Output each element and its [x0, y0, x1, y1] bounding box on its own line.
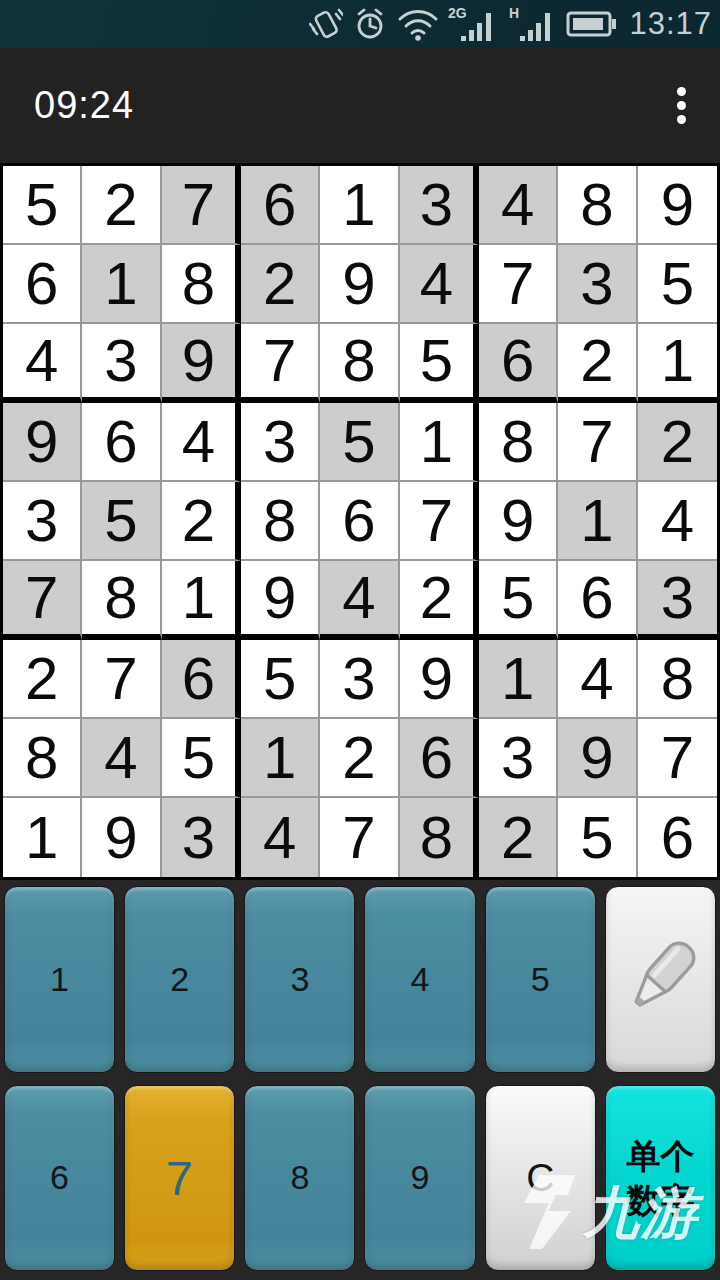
sudoku-cell-r7c4[interactable]: 5 [241, 640, 320, 719]
sudoku-cell-r3c9[interactable]: 1 [638, 324, 717, 403]
battery-icon [566, 9, 618, 39]
sudoku-cell-r5c5[interactable]: 6 [320, 482, 399, 561]
sudoku-cell-r3c2[interactable]: 3 [82, 324, 161, 403]
sudoku-cell-r4c2[interactable]: 6 [82, 403, 161, 482]
key-6[interactable]: 6 [4, 1085, 115, 1272]
sudoku-cell-r4c8[interactable]: 7 [558, 403, 637, 482]
sudoku-cell-r7c5[interactable]: 3 [320, 640, 399, 719]
signal-h-label: H [509, 5, 519, 21]
sudoku-cell-r3c6[interactable]: 5 [400, 324, 479, 403]
key-4[interactable]: 4 [364, 886, 475, 1073]
sudoku-cell-r5c6[interactable]: 7 [400, 482, 479, 561]
sudoku-cell-r3c1[interactable]: 4 [3, 324, 82, 403]
sudoku-cell-r7c1[interactable]: 2 [3, 640, 82, 719]
sudoku-cell-r6c6[interactable]: 2 [400, 561, 479, 640]
app-header: 09:24 [0, 48, 720, 163]
sudoku-cell-r6c9[interactable]: 3 [638, 561, 717, 640]
sudoku-cell-r4c4[interactable]: 3 [241, 403, 320, 482]
status-bar: 2G H 13:17 [0, 0, 720, 48]
sudoku-cell-r1c8[interactable]: 8 [558, 166, 637, 245]
key-9[interactable]: 9 [364, 1085, 475, 1272]
sudoku-cell-r9c6[interactable]: 8 [400, 798, 479, 877]
sudoku-board: 5276134896182947354397856219643518723528… [0, 163, 720, 880]
sudoku-cell-r8c8[interactable]: 9 [558, 719, 637, 798]
sudoku-cell-r9c8[interactable]: 5 [558, 798, 637, 877]
game-timer: 09:24 [34, 84, 134, 127]
sudoku-cell-r2c1[interactable]: 6 [3, 245, 82, 324]
sudoku-cell-r7c8[interactable]: 4 [558, 640, 637, 719]
vibrate-icon [309, 6, 343, 42]
sudoku-cell-r8c6[interactable]: 6 [400, 719, 479, 798]
sudoku-cell-r6c8[interactable]: 6 [558, 561, 637, 640]
sudoku-cell-r2c3[interactable]: 8 [162, 245, 241, 324]
sudoku-cell-r6c2[interactable]: 8 [82, 561, 161, 640]
sudoku-cell-r8c9[interactable]: 7 [638, 719, 717, 798]
sudoku-cell-r8c4[interactable]: 1 [241, 719, 320, 798]
sudoku-cell-r5c8[interactable]: 1 [558, 482, 637, 561]
sudoku-cell-r7c6[interactable]: 9 [400, 640, 479, 719]
pencil-icon [618, 924, 702, 1034]
sudoku-cell-r5c3[interactable]: 2 [162, 482, 241, 561]
signal-2g-icon: 2G [448, 5, 498, 43]
sudoku-cell-r2c4[interactable]: 2 [241, 245, 320, 324]
sudoku-cell-r3c7[interactable]: 6 [479, 324, 558, 403]
sudoku-cell-r1c5[interactable]: 1 [320, 166, 399, 245]
sudoku-cell-r7c9[interactable]: 8 [638, 640, 717, 719]
sudoku-cell-r2c7[interactable]: 7 [479, 245, 558, 324]
sudoku-cell-r2c8[interactable]: 3 [558, 245, 637, 324]
key-single-number-mode[interactable]: 单个数字 [605, 1085, 716, 1272]
signal-2g-label: 2G [448, 5, 467, 21]
sudoku-cell-r1c2[interactable]: 2 [82, 166, 161, 245]
sudoku-cell-r8c1[interactable]: 8 [3, 719, 82, 798]
sudoku-cell-r9c5[interactable]: 7 [320, 798, 399, 877]
sudoku-cell-r8c7[interactable]: 3 [479, 719, 558, 798]
sudoku-cell-r9c1[interactable]: 1 [3, 798, 82, 877]
sudoku-cell-r5c1[interactable]: 3 [3, 482, 82, 561]
sudoku-cell-r1c1[interactable]: 5 [3, 166, 82, 245]
key-3[interactable]: 3 [244, 886, 355, 1073]
sudoku-cell-r9c4[interactable]: 4 [241, 798, 320, 877]
key-5[interactable]: 5 [485, 886, 596, 1073]
sudoku-cell-r9c7[interactable]: 2 [479, 798, 558, 877]
sudoku-cell-r5c7[interactable]: 9 [479, 482, 558, 561]
sudoku-cell-r1c7[interactable]: 4 [479, 166, 558, 245]
signal-h-icon: H [507, 5, 557, 43]
sudoku-cell-r7c7[interactable]: 1 [479, 640, 558, 719]
keypad: 1 2 3 4 5 6 7 8 9 C 单个数字 [0, 880, 720, 1280]
sudoku-cell-r3c8[interactable]: 2 [558, 324, 637, 403]
key-1[interactable]: 1 [4, 886, 115, 1073]
sudoku-cell-r2c6[interactable]: 4 [400, 245, 479, 324]
sudoku-cell-r9c3[interactable]: 3 [162, 798, 241, 877]
sudoku-cell-r2c9[interactable]: 5 [638, 245, 717, 324]
key-2[interactable]: 2 [124, 886, 235, 1073]
sudoku-cell-r1c3[interactable]: 7 [162, 166, 241, 245]
key-clear[interactable]: C [485, 1085, 596, 1272]
sudoku-cell-r1c9[interactable]: 9 [638, 166, 717, 245]
sudoku-cell-r4c7[interactable]: 8 [479, 403, 558, 482]
sudoku-cell-r7c3[interactable]: 6 [162, 640, 241, 719]
sudoku-cell-r5c2[interactable]: 5 [82, 482, 161, 561]
sudoku-cell-r2c2[interactable]: 1 [82, 245, 161, 324]
app-screen: 2G H 13:17 09:24 [0, 0, 720, 1280]
sudoku-cell-r1c6[interactable]: 3 [400, 166, 479, 245]
sudoku-cell-r3c4[interactable]: 7 [241, 324, 320, 403]
sudoku-cell-r6c5[interactable]: 4 [320, 561, 399, 640]
sudoku-cell-r9c9[interactable]: 6 [638, 798, 717, 877]
sudoku-cell-r8c5[interactable]: 2 [320, 719, 399, 798]
sudoku-cell-r6c3[interactable]: 1 [162, 561, 241, 640]
key-pencil[interactable] [605, 886, 716, 1073]
sudoku-cell-r5c4[interactable]: 8 [241, 482, 320, 561]
sudoku-cell-r3c5[interactable]: 8 [320, 324, 399, 403]
sudoku-cell-r9c2[interactable]: 9 [82, 798, 161, 877]
status-time: 13:17 [629, 6, 712, 42]
sudoku-cell-r6c4[interactable]: 9 [241, 561, 320, 640]
sudoku-cell-r5c9[interactable]: 4 [638, 482, 717, 561]
sudoku-cell-r4c5[interactable]: 5 [320, 403, 399, 482]
sudoku-cell-r6c1[interactable]: 7 [3, 561, 82, 640]
sudoku-cell-r4c6[interactable]: 1 [400, 403, 479, 482]
sudoku-cell-r4c9[interactable]: 2 [638, 403, 717, 482]
alarm-icon [352, 6, 388, 42]
sudoku-cell-r4c3[interactable]: 4 [162, 403, 241, 482]
sudoku-cell-r4c1[interactable]: 9 [3, 403, 82, 482]
kebab-menu-icon[interactable] [667, 73, 696, 138]
wifi-icon [397, 6, 439, 42]
sudoku-cell-r2c5[interactable]: 9 [320, 245, 399, 324]
sudoku-cell-r6c7[interactable]: 5 [479, 561, 558, 640]
key-8[interactable]: 8 [244, 1085, 355, 1272]
sudoku-cell-r1c4[interactable]: 6 [241, 166, 320, 245]
sudoku-cell-r8c3[interactable]: 5 [162, 719, 241, 798]
sudoku-cell-r3c3[interactable]: 9 [162, 324, 241, 403]
key-7-active[interactable]: 7 [124, 1085, 235, 1272]
sudoku-cell-r7c2[interactable]: 7 [82, 640, 161, 719]
sudoku-cell-r8c2[interactable]: 4 [82, 719, 161, 798]
